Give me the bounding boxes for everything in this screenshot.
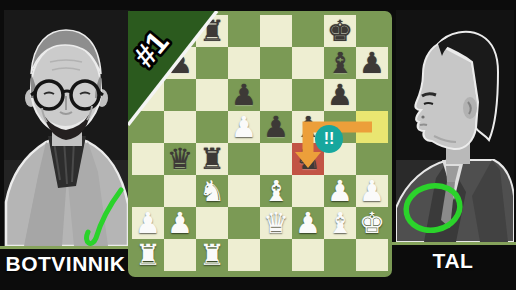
white-pawn-g3: ♟ <box>327 175 353 207</box>
square-f6[interactable] <box>292 79 324 111</box>
square-d6[interactable]: ♟ <box>228 79 260 111</box>
right-divider <box>390 242 516 245</box>
black-king-g8: ♚ <box>327 15 353 47</box>
square-f7[interactable] <box>292 47 324 79</box>
square-c4[interactable]: ♜ <box>196 143 228 175</box>
square-a1[interactable]: ♜ <box>132 239 164 271</box>
black-rook-c4: ♜ <box>199 143 225 175</box>
black-pawn-e5: ♟ <box>263 111 289 143</box>
right-player-name: TAL <box>390 246 516 276</box>
square-e1[interactable] <box>260 239 292 271</box>
square-f1[interactable] <box>292 239 324 271</box>
brilliant-move-badge: !! <box>315 125 343 153</box>
square-g7[interactable]: ♝ <box>324 47 356 79</box>
square-e5[interactable]: ♟ <box>260 111 292 143</box>
square-b8[interactable] <box>164 15 196 47</box>
square-e2[interactable]: ♛ <box>260 207 292 239</box>
square-c8[interactable]: ♜ <box>196 15 228 47</box>
square-c6[interactable] <box>196 79 228 111</box>
black-rook-c8: ♜ <box>199 15 225 47</box>
white-bishop-g2: ♝ <box>327 207 353 239</box>
white-pawn-f2: ♟ <box>295 207 321 239</box>
square-h7[interactable]: ♟ <box>356 47 388 79</box>
botvinnik-photo <box>4 10 130 246</box>
left-player-name: BOTVINNIK <box>0 249 131 279</box>
square-d4[interactable] <box>228 143 260 175</box>
eye <box>424 103 433 104</box>
square-b6[interactable] <box>164 79 196 111</box>
tal-photo <box>396 10 514 242</box>
black-pawn-d6: ♟ <box>231 79 257 111</box>
square-d7[interactable] <box>228 47 260 79</box>
white-knight-c3: ♞ <box>199 175 225 207</box>
square-c1[interactable]: ♜ <box>196 239 228 271</box>
square-h5[interactable] <box>356 111 388 143</box>
square-b3[interactable] <box>164 175 196 207</box>
white-queen-e2: ♛ <box>263 207 289 239</box>
square-h6[interactable] <box>356 79 388 111</box>
white-bishop-e3: ♝ <box>263 175 289 207</box>
square-a2[interactable]: ♟ <box>132 207 164 239</box>
square-e3[interactable]: ♝ <box>260 175 292 207</box>
chess-board: ♜♚♟♟♝♟♟♟♟♟♝♛♜♞♞♝♟♟♟♟♛♟♝♚♜♜ <box>132 15 388 271</box>
square-a3[interactable] <box>132 175 164 207</box>
square-g3[interactable]: ♟ <box>324 175 356 207</box>
black-pawn-g6: ♟ <box>327 79 353 111</box>
black-pawn-b7: ♟ <box>167 47 193 79</box>
square-b7[interactable]: ♟ <box>164 47 196 79</box>
square-a5[interactable] <box>132 111 164 143</box>
black-bishop-g7: ♝ <box>327 47 353 79</box>
square-d2[interactable] <box>228 207 260 239</box>
square-e8[interactable] <box>260 15 292 47</box>
square-h3[interactable]: ♟ <box>356 175 388 207</box>
white-pawn-h3: ♟ <box>359 175 385 207</box>
square-h4[interactable] <box>356 143 388 175</box>
white-pawn-b2: ♟ <box>167 207 193 239</box>
black-knight-f4: ♞ <box>295 143 321 175</box>
square-a8[interactable] <box>132 15 164 47</box>
square-b1[interactable] <box>164 239 196 271</box>
square-h1[interactable] <box>356 239 388 271</box>
square-g1[interactable] <box>324 239 356 271</box>
square-g2[interactable]: ♝ <box>324 207 356 239</box>
square-g6[interactable]: ♟ <box>324 79 356 111</box>
square-d1[interactable] <box>228 239 260 271</box>
square-e4[interactable] <box>260 143 292 175</box>
square-f2[interactable]: ♟ <box>292 207 324 239</box>
square-b4[interactable]: ♛ <box>164 143 196 175</box>
square-b2[interactable]: ♟ <box>164 207 196 239</box>
square-d8[interactable] <box>228 15 260 47</box>
thumbnail: BOTVINNIK TAL ♜♚♟♟♝♟♟♟♟♟♝♛♜ <box>0 0 516 290</box>
square-a4[interactable] <box>132 143 164 175</box>
square-c7[interactable] <box>196 47 228 79</box>
lips <box>420 125 427 126</box>
black-pawn-h7: ♟ <box>359 47 385 79</box>
square-f3[interactable] <box>292 175 324 207</box>
board-frame: ♜♚♟♟♝♟♟♟♟♟♝♛♜♞♞♝♟♟♟♟♛♟♝♚♜♜ !! #1 <box>128 11 392 277</box>
square-a7[interactable]: ♟ <box>132 47 164 79</box>
square-g8[interactable]: ♚ <box>324 15 356 47</box>
square-d5[interactable]: ♟ <box>228 111 260 143</box>
square-h8[interactable] <box>356 15 388 47</box>
square-h2[interactable]: ♚ <box>356 207 388 239</box>
white-pawn-a2: ♟ <box>135 207 161 239</box>
black-pawn-a7: ♟ <box>135 47 161 79</box>
square-e7[interactable] <box>260 47 292 79</box>
white-pawn-d5: ♟ <box>231 111 257 143</box>
black-queen-b4: ♛ <box>167 143 193 175</box>
white-rook-c1: ♜ <box>199 239 225 271</box>
square-c3[interactable]: ♞ <box>196 175 228 207</box>
board-inner: ♜♚♟♟♝♟♟♟♟♟♝♛♜♞♞♝♟♟♟♟♛♟♝♚♜♜ !! <box>132 15 388 271</box>
white-king-h2: ♚ <box>359 207 385 239</box>
square-f8[interactable] <box>292 15 324 47</box>
square-c2[interactable] <box>196 207 228 239</box>
white-rook-a1: ♜ <box>135 239 161 271</box>
square-c5[interactable] <box>196 111 228 143</box>
square-d3[interactable] <box>228 175 260 207</box>
square-a6[interactable] <box>132 79 164 111</box>
square-e6[interactable] <box>260 79 292 111</box>
square-b5[interactable] <box>164 111 196 143</box>
